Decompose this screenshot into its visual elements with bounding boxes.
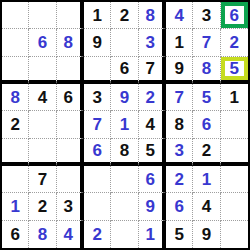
cell-r9c9[interactable]: [221, 221, 248, 248]
cell-r2c6[interactable]: 3: [139, 29, 166, 56]
cell-r1c7[interactable]: 4: [166, 2, 193, 29]
cell-r6c6[interactable]: 5: [139, 139, 166, 166]
sudoku-app: 1284366893172679858463927512714866853276…: [0, 0, 250, 250]
cell-r3c8[interactable]: 8: [193, 57, 220, 84]
cell-r1c1[interactable]: [2, 2, 29, 29]
cell-r3c6[interactable]: 7: [139, 57, 166, 84]
cell-r5c8[interactable]: 6: [193, 111, 220, 138]
cell-r1c3[interactable]: [57, 2, 84, 29]
cell-r2c9[interactable]: 2: [221, 29, 248, 56]
cell-r6c5[interactable]: 8: [111, 139, 138, 166]
cell-r9c8[interactable]: 9: [193, 221, 220, 248]
cell-r5c6[interactable]: 4: [139, 111, 166, 138]
cell-r9c7[interactable]: 5: [166, 221, 193, 248]
cell-r5c1[interactable]: 2: [2, 111, 29, 138]
cell-r3c2[interactable]: [29, 57, 56, 84]
cell-r5c5[interactable]: 1: [111, 111, 138, 138]
cell-r3c1[interactable]: [2, 57, 29, 84]
cell-r7c4[interactable]: [84, 166, 111, 193]
cell-r7c6[interactable]: 6: [139, 166, 166, 193]
cell-r8c6[interactable]: 9: [139, 193, 166, 220]
cell-r9c2[interactable]: 8: [29, 221, 56, 248]
cell-r7c8[interactable]: 1: [193, 166, 220, 193]
cell-r1c6[interactable]: 8: [139, 2, 166, 29]
cell-r9c1[interactable]: 6: [2, 221, 29, 248]
cell-r3c9[interactable]: 5: [221, 57, 248, 84]
cell-r3c3[interactable]: [57, 57, 84, 84]
cell-r8c4[interactable]: [84, 193, 111, 220]
cell-r3c5[interactable]: 6: [111, 57, 138, 84]
cell-r4c4[interactable]: 3: [84, 84, 111, 111]
cell-r2c8[interactable]: 7: [193, 29, 220, 56]
cell-r4c8[interactable]: 5: [193, 84, 220, 111]
cell-r7c9[interactable]: [221, 166, 248, 193]
cell-r3c4[interactable]: [84, 57, 111, 84]
cell-r2c2[interactable]: 6: [29, 29, 56, 56]
cell-r6c4[interactable]: 6: [84, 139, 111, 166]
cell-r8c2[interactable]: 2: [29, 193, 56, 220]
cell-r4c5[interactable]: 9: [111, 84, 138, 111]
cell-r4c7[interactable]: 7: [166, 84, 193, 111]
cell-r7c2[interactable]: 7: [29, 166, 56, 193]
cell-r8c1[interactable]: 1: [2, 193, 29, 220]
cell-r5c4[interactable]: 7: [84, 111, 111, 138]
cell-r6c8[interactable]: 2: [193, 139, 220, 166]
cell-r5c3[interactable]: [57, 111, 84, 138]
cell-r7c7[interactable]: 2: [166, 166, 193, 193]
cell-r7c3[interactable]: [57, 166, 84, 193]
cell-r4c2[interactable]: 4: [29, 84, 56, 111]
cell-r2c3[interactable]: 8: [57, 29, 84, 56]
cell-r7c1[interactable]: [2, 166, 29, 193]
cell-r2c4[interactable]: 9: [84, 29, 111, 56]
cell-r6c2[interactable]: [29, 139, 56, 166]
cell-r4c1[interactable]: 8: [2, 84, 29, 111]
cell-r1c5[interactable]: 2: [111, 2, 138, 29]
cell-r8c9[interactable]: [221, 193, 248, 220]
cell-r8c3[interactable]: 3: [57, 193, 84, 220]
cell-r9c4[interactable]: 2: [84, 221, 111, 248]
cell-r7c5[interactable]: [111, 166, 138, 193]
cell-r5c7[interactable]: 8: [166, 111, 193, 138]
cell-r4c3[interactable]: 6: [57, 84, 84, 111]
cell-r8c8[interactable]: 4: [193, 193, 220, 220]
cell-r6c9[interactable]: [221, 139, 248, 166]
cell-r8c5[interactable]: [111, 193, 138, 220]
cell-r1c2[interactable]: [29, 2, 56, 29]
cell-r4c6[interactable]: 2: [139, 84, 166, 111]
cell-r9c3[interactable]: 4: [57, 221, 84, 248]
cell-r3c7[interactable]: 9: [166, 57, 193, 84]
cell-r4c9[interactable]: 1: [221, 84, 248, 111]
cell-r9c6[interactable]: 1: [139, 221, 166, 248]
cell-r5c2[interactable]: [29, 111, 56, 138]
cell-r2c1[interactable]: [2, 29, 29, 56]
cell-r8c7[interactable]: 6: [166, 193, 193, 220]
cell-r6c3[interactable]: [57, 139, 84, 166]
cell-r9c5[interactable]: [111, 221, 138, 248]
cell-r1c4[interactable]: 1: [84, 2, 111, 29]
cell-r5c9[interactable]: [221, 111, 248, 138]
cell-r6c7[interactable]: 3: [166, 139, 193, 166]
cell-r2c5[interactable]: [111, 29, 138, 56]
cell-r1c9[interactable]: 6: [221, 2, 248, 29]
cell-r6c1[interactable]: [2, 139, 29, 166]
sudoku-board: 1284366893172679858463927512714866853276…: [0, 0, 250, 250]
cell-r1c8[interactable]: 3: [193, 2, 220, 29]
cell-r2c7[interactable]: 1: [166, 29, 193, 56]
